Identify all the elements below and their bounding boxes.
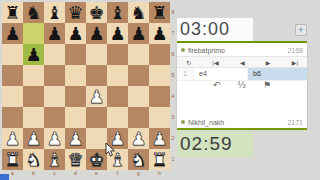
square-a1[interactable]: ♜ (2, 149, 23, 170)
square-b6[interactable]: ♟ (23, 44, 44, 65)
rank-label-7: 7 (170, 23, 176, 44)
square-e7[interactable]: ♟ (86, 23, 107, 44)
square-h1[interactable]: ♜ (149, 149, 170, 170)
rank-label-6: 6 (170, 44, 176, 65)
square-c3[interactable] (44, 107, 65, 128)
square-a6[interactable] (2, 44, 23, 65)
white-pawn-a2[interactable]: ♟ (2, 128, 23, 149)
square-f4[interactable] (107, 86, 128, 107)
square-f2[interactable]: ♟ (107, 128, 128, 149)
square-e3[interactable] (86, 107, 107, 128)
file-label-c: c (44, 170, 65, 176)
rank-label-3: 3 (170, 107, 176, 128)
prev-move-icon[interactable]: ◀ (240, 59, 245, 66)
file-label-g: g (128, 170, 149, 176)
white-pawn-b2[interactable]: ♟ (23, 128, 44, 149)
game-actions: ↶ ½ ⚑ (177, 77, 307, 93)
square-g2[interactable]: ♟ (128, 128, 149, 149)
next-move-icon[interactable]: ▶ (266, 59, 271, 66)
square-e8[interactable]: ♚ (86, 2, 107, 23)
black-queen-d8[interactable]: ♛ (65, 2, 86, 23)
bottom-separator (177, 128, 307, 130)
square-b8[interactable]: ♞ (23, 2, 44, 23)
square-c4[interactable] (44, 86, 65, 107)
opponent-player-row: firebatprimo 2168 (177, 43, 307, 56)
square-c5[interactable] (44, 65, 65, 86)
square-c6[interactable] (44, 44, 65, 65)
square-g3[interactable] (128, 107, 149, 128)
first-move-icon[interactable]: |◀ (212, 59, 218, 66)
square-a5[interactable] (2, 65, 23, 86)
square-d2[interactable]: ♟ (65, 128, 86, 149)
square-d8[interactable]: ♛ (65, 2, 86, 23)
square-h3[interactable] (149, 107, 170, 128)
rank-label-8: 8 (170, 2, 176, 23)
square-g7[interactable]: ♟ (128, 23, 149, 44)
loading-indicator (0, 174, 9, 180)
white-bishop-f1[interactable]: ♝ (107, 149, 128, 170)
rank-label-1: 1 (170, 149, 176, 170)
online-status-icon (181, 48, 185, 52)
player-clock-active: 02:59 (177, 131, 253, 157)
white-queen-d1[interactable]: ♛ (65, 149, 86, 170)
square-e6[interactable] (86, 44, 107, 65)
online-status-icon (181, 120, 185, 124)
black-king-e8[interactable]: ♚ (86, 2, 107, 23)
square-g4[interactable] (128, 86, 149, 107)
square-h6[interactable] (149, 44, 170, 65)
square-g1[interactable]: ♞ (128, 149, 149, 170)
square-d3[interactable] (65, 107, 86, 128)
black-pawn-g7[interactable]: ♟ (128, 23, 149, 44)
square-f5[interactable] (107, 65, 128, 86)
square-a2[interactable]: ♟ (2, 128, 23, 149)
square-g6[interactable] (128, 44, 149, 65)
white-pawn-g2[interactable]: ♟ (128, 128, 149, 149)
black-rook-a8[interactable]: ♜ (2, 2, 23, 23)
square-b2[interactable]: ♟ (23, 128, 44, 149)
square-c7[interactable]: ♟ (44, 23, 65, 44)
square-b3[interactable] (23, 107, 44, 128)
square-b7[interactable] (23, 23, 44, 44)
white-pawn-h2[interactable]: ♟ (149, 128, 170, 149)
square-e1[interactable]: ♚ (86, 149, 107, 170)
square-g8[interactable]: ♞ (128, 2, 149, 23)
black-pawn-a7[interactable]: ♟ (2, 23, 23, 44)
square-h4[interactable] (149, 86, 170, 107)
black-rook-h8[interactable]: ♜ (149, 2, 170, 23)
white-king-e1[interactable]: ♚ (86, 149, 107, 170)
square-d5[interactable] (65, 65, 86, 86)
square-f1[interactable]: ♝ (107, 149, 128, 170)
move-navigation-bar: ↻ |◀ ◀ ▶ ▶| (177, 56, 307, 68)
game-panel: 03:00 + firebatprimo 2168 ↻ |◀ ◀ ▶ ▶| 1 … (177, 18, 307, 41)
square-c2[interactable]: ♟ (44, 128, 65, 149)
square-d1[interactable]: ♛ (65, 149, 86, 170)
square-a3[interactable] (2, 107, 23, 128)
square-c1[interactable]: ♝ (44, 149, 65, 170)
square-f3[interactable] (107, 107, 128, 128)
white-rook-h1[interactable]: ♜ (149, 149, 170, 170)
black-pawn-f7[interactable]: ♟ (107, 23, 128, 44)
file-label-e: e (86, 170, 107, 176)
square-a7[interactable]: ♟ (2, 23, 23, 44)
opponent-clock: 03:00 (177, 18, 253, 41)
game-info-box: firebatprimo 2168 ↻ |◀ ◀ ▶ ▶| 1 e4 b6 ↶ … (177, 43, 307, 128)
player-row: Nikhil_nakh 2171 (177, 115, 307, 128)
player-name[interactable]: Nikhil_nakh (188, 119, 224, 126)
black-pawn-c7[interactable]: ♟ (44, 23, 65, 44)
draw-offer-icon[interactable]: ½ (237, 80, 246, 90)
resign-icon[interactable]: ⚑ (263, 80, 271, 90)
square-g5[interactable] (128, 65, 149, 86)
black-knight-g8[interactable]: ♞ (128, 2, 149, 23)
square-d7[interactable]: ♟ (65, 23, 86, 44)
takeback-icon[interactable]: ↶ (213, 80, 221, 90)
flip-board-icon[interactable]: ↻ (186, 59, 191, 66)
square-h5[interactable] (149, 65, 170, 86)
square-e5[interactable] (86, 65, 107, 86)
black-pawn-b6[interactable]: ♟ (23, 44, 44, 65)
file-label-f: f (107, 170, 128, 176)
square-a8[interactable]: ♜ (2, 2, 23, 23)
white-pawn-f2[interactable]: ♟ (107, 128, 128, 149)
opponent-name[interactable]: firebatprimo (188, 47, 225, 54)
square-c8[interactable]: ♝ (44, 2, 65, 23)
white-bishop-c1[interactable]: ♝ (44, 149, 65, 170)
file-label-d: d (65, 170, 86, 176)
rank-label-5: 5 (170, 65, 176, 86)
rank-label-2: 2 (170, 128, 176, 149)
player-rating: 2171 (287, 119, 303, 126)
white-knight-b1[interactable]: ♞ (23, 149, 44, 170)
square-b4[interactable] (23, 86, 44, 107)
file-label-h: h (149, 170, 170, 176)
square-d4[interactable] (65, 86, 86, 107)
black-pawn-d7[interactable]: ♟ (65, 23, 86, 44)
give-more-time-button[interactable]: + (295, 24, 307, 36)
square-a4[interactable] (2, 86, 23, 107)
black-pawn-e7[interactable]: ♟ (86, 23, 107, 44)
opponent-rating: 2168 (287, 47, 303, 54)
square-h7[interactable]: ♟ (149, 23, 170, 44)
chess-board[interactable]: ♜♞♝♛♚♝♞♜♟♟♟♟♟♟♟♟♟♟♟♟♟♟♟♟♜♞♝♛♚♝♞♜ (2, 2, 170, 170)
square-h8[interactable]: ♜ (149, 2, 170, 23)
white-pawn-e4[interactable]: ♟ (86, 86, 107, 107)
white-knight-g1[interactable]: ♞ (128, 149, 149, 170)
black-pawn-h7[interactable]: ♟ (149, 23, 170, 44)
square-f7[interactable]: ♟ (107, 23, 128, 44)
rank-coordinates: 87654321 (170, 2, 176, 170)
file-coordinates: abcdefgh (2, 170, 170, 176)
chess-board-container: ♜♞♝♛♚♝♞♜♟♟♟♟♟♟♟♟♟♟♟♟♟♟♟♟♜♞♝♛♚♝♞♜ (2, 2, 170, 170)
black-bishop-c8[interactable]: ♝ (44, 2, 65, 23)
white-rook-a1[interactable]: ♜ (2, 149, 23, 170)
white-pawn-c2[interactable]: ♟ (44, 128, 65, 149)
square-e2[interactable] (86, 128, 107, 149)
black-bishop-f8[interactable]: ♝ (107, 2, 128, 23)
last-move-icon[interactable]: ▶| (292, 59, 298, 66)
square-f8[interactable]: ♝ (107, 2, 128, 23)
square-b5[interactable] (23, 65, 44, 86)
square-f6[interactable] (107, 44, 128, 65)
black-knight-b8[interactable]: ♞ (23, 2, 44, 23)
rank-label-4: 4 (170, 86, 176, 107)
square-h2[interactable]: ♟ (149, 128, 170, 149)
square-b1[interactable]: ♞ (23, 149, 44, 170)
white-pawn-d2[interactable]: ♟ (65, 128, 86, 149)
square-e4[interactable]: ♟ (86, 86, 107, 107)
file-label-b: b (23, 170, 44, 176)
square-d6[interactable] (65, 44, 86, 65)
